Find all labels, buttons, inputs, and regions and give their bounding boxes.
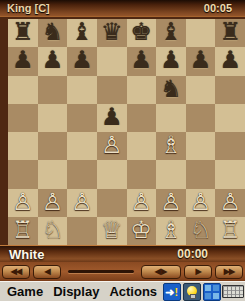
black-knight: ♞ xyxy=(160,77,182,101)
square-d3[interactable] xyxy=(97,160,127,188)
last-move-button[interactable]: ▶▶ xyxy=(215,265,243,279)
move-now-icon[interactable]: ➜ ! xyxy=(163,283,181,301)
square-d2[interactable] xyxy=(97,189,127,217)
white-pawn: ♙ xyxy=(42,190,64,214)
status-bar: White 00:00 xyxy=(0,245,245,262)
prev-move-button[interactable]: ◀ xyxy=(33,265,61,279)
white-queen: ♕ xyxy=(101,218,123,242)
square-c5[interactable] xyxy=(67,104,97,132)
square-b8[interactable]: ♞ xyxy=(38,19,68,47)
white-pawn: ♙ xyxy=(101,133,123,157)
square-c1[interactable] xyxy=(67,217,97,245)
white-rook: ♖ xyxy=(219,218,241,242)
square-d8[interactable]: ♛ xyxy=(97,19,127,47)
board-squares-icon[interactable] xyxy=(203,283,221,301)
square-c3[interactable] xyxy=(67,160,97,188)
square-g5[interactable] xyxy=(186,104,216,132)
white-bishop: ♗ xyxy=(160,218,182,242)
square-h2[interactable]: ♙ xyxy=(215,189,245,217)
square-g8[interactable] xyxy=(186,19,216,47)
chess-app-window: King [C] 00:05 ♜♞♝♛♚♝♜♟♟♟♟♟♟♟♞♟♙♗♙♙♙♙♙♙♙… xyxy=(0,0,245,301)
square-d5[interactable]: ♟ xyxy=(97,104,127,132)
white-pawn: ♙ xyxy=(160,190,182,214)
white-pawn: ♙ xyxy=(131,190,153,214)
black-pawn: ♟ xyxy=(12,48,34,72)
black-king: ♚ xyxy=(131,20,153,44)
square-a5[interactable] xyxy=(8,104,38,132)
move-now-exclaim: ! xyxy=(174,285,178,300)
square-a6[interactable] xyxy=(8,76,38,104)
hint-icon[interactable] xyxy=(183,283,201,301)
square-a8[interactable]: ♜ xyxy=(8,19,38,47)
black-bishop: ♝ xyxy=(160,20,182,44)
menu-actions[interactable]: Actions xyxy=(104,284,162,299)
square-h8[interactable]: ♜ xyxy=(215,19,245,47)
black-pawn: ♟ xyxy=(131,48,153,72)
black-pawn: ♟ xyxy=(219,48,241,72)
black-pawn: ♟ xyxy=(42,48,64,72)
black-pawn: ♟ xyxy=(190,48,212,72)
prev-next-button[interactable]: ◀▶ xyxy=(141,265,181,279)
square-h3[interactable] xyxy=(215,160,245,188)
keyboard-icon[interactable] xyxy=(222,285,244,298)
move-slider-track[interactable] xyxy=(68,270,134,273)
black-pawn: ♟ xyxy=(160,48,182,72)
white-knight: ♘ xyxy=(190,218,212,242)
square-f1[interactable]: ♗ xyxy=(156,217,186,245)
square-f2[interactable]: ♙ xyxy=(156,189,186,217)
square-b1[interactable]: ♘ xyxy=(38,217,68,245)
black-rook: ♜ xyxy=(219,20,241,44)
next-move-button[interactable]: ▶ xyxy=(184,265,212,279)
square-e2[interactable]: ♙ xyxy=(127,189,157,217)
square-a2[interactable]: ♙ xyxy=(8,189,38,217)
black-pawn: ♟ xyxy=(101,105,123,129)
black-pawn: ♟ xyxy=(71,48,93,72)
square-f5[interactable] xyxy=(156,104,186,132)
title-bar: King [C] 00:05 xyxy=(0,0,245,17)
square-b6[interactable] xyxy=(38,76,68,104)
square-e5[interactable] xyxy=(127,104,157,132)
black-queen: ♛ xyxy=(101,20,123,44)
white-knight: ♘ xyxy=(42,218,64,242)
square-h7[interactable]: ♟ xyxy=(215,47,245,75)
square-h6[interactable] xyxy=(215,76,245,104)
board-frame: ♜♞♝♛♚♝♜♟♟♟♟♟♟♟♞♟♙♗♙♙♙♙♙♙♙♖♘♕♔♗♘♖ xyxy=(0,17,245,245)
white-pawn: ♙ xyxy=(219,190,241,214)
menu-game[interactable]: Game xyxy=(2,284,48,299)
square-h5[interactable] xyxy=(215,104,245,132)
square-h1[interactable]: ♖ xyxy=(215,217,245,245)
player-clock: 00:00 xyxy=(177,247,208,261)
square-f3[interactable] xyxy=(156,160,186,188)
square-e3[interactable] xyxy=(127,160,157,188)
square-f6[interactable]: ♞ xyxy=(156,76,186,104)
move-now-arrow: ➜ xyxy=(165,285,174,300)
chess-board: ♜♞♝♛♚♝♜♟♟♟♟♟♟♟♞♟♙♗♙♙♙♙♙♙♙♖♘♕♔♗♘♖ xyxy=(8,19,245,245)
square-e7[interactable]: ♟ xyxy=(127,47,157,75)
first-move-button[interactable]: ◀◀ xyxy=(2,265,30,279)
square-c6[interactable] xyxy=(67,76,97,104)
square-c7[interactable]: ♟ xyxy=(67,47,97,75)
square-b3[interactable] xyxy=(38,160,68,188)
square-a1[interactable]: ♖ xyxy=(8,217,38,245)
menu-bar: Game Display Actions ➜ ! ▲ xyxy=(0,281,245,301)
square-e6[interactable] xyxy=(127,76,157,104)
square-g1[interactable]: ♘ xyxy=(186,217,216,245)
square-b2[interactable]: ♙ xyxy=(38,189,68,217)
square-e4[interactable] xyxy=(127,132,157,160)
white-king: ♔ xyxy=(131,218,153,242)
white-rook: ♖ xyxy=(12,218,34,242)
square-e8[interactable]: ♚ xyxy=(127,19,157,47)
black-rook: ♜ xyxy=(12,20,34,44)
square-d6[interactable] xyxy=(97,76,127,104)
square-d7[interactable] xyxy=(97,47,127,75)
black-bishop: ♝ xyxy=(71,20,93,44)
black-knight: ♞ xyxy=(42,20,64,44)
square-a3[interactable] xyxy=(8,160,38,188)
game-clock-top: 00:05 xyxy=(204,2,232,14)
square-f4[interactable]: ♗ xyxy=(156,132,186,160)
app-title: King [C] xyxy=(7,2,50,14)
square-g4[interactable] xyxy=(186,132,216,160)
square-b7[interactable]: ♟ xyxy=(38,47,68,75)
square-b4[interactable] xyxy=(38,132,68,160)
bulb-base xyxy=(190,294,196,299)
side-to-move-label: White xyxy=(9,247,44,262)
square-c8[interactable]: ♝ xyxy=(67,19,97,47)
square-d4[interactable]: ♙ xyxy=(97,132,127,160)
white-pawn: ♙ xyxy=(190,190,212,214)
square-f8[interactable]: ♝ xyxy=(156,19,186,47)
square-a7[interactable]: ♟ xyxy=(8,47,38,75)
move-navigation-bar: ◀◀ ◀ ◀▶ ▶ ▶▶ xyxy=(0,262,245,281)
square-e1[interactable]: ♔ xyxy=(127,217,157,245)
square-g3[interactable] xyxy=(186,160,216,188)
square-c4[interactable] xyxy=(67,132,97,160)
square-d1[interactable]: ♕ xyxy=(97,217,127,245)
menu-display[interactable]: Display xyxy=(48,284,104,299)
square-g6[interactable] xyxy=(186,76,216,104)
square-c2[interactable]: ♙ xyxy=(67,189,97,217)
square-b5[interactable] xyxy=(38,104,68,132)
white-pawn: ♙ xyxy=(71,190,93,214)
square-h4[interactable] xyxy=(215,132,245,160)
square-g2[interactable]: ♙ xyxy=(186,189,216,217)
square-g7[interactable]: ♟ xyxy=(186,47,216,75)
square-a4[interactable] xyxy=(8,132,38,160)
white-pawn: ♙ xyxy=(12,190,34,214)
square-f7[interactable]: ♟ xyxy=(156,47,186,75)
white-bishop: ♗ xyxy=(160,133,182,157)
